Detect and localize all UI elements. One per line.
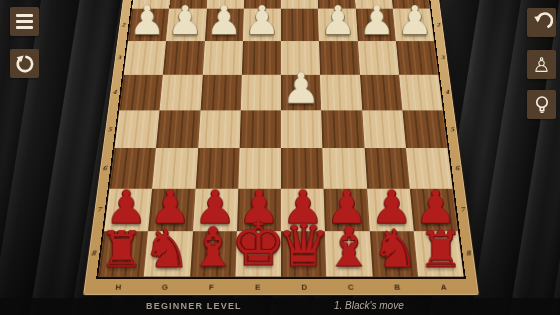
hamburger-icon — [16, 14, 33, 28]
hint-button[interactable] — [527, 90, 556, 119]
square-g3[interactable] — [163, 41, 204, 75]
square-f4[interactable] — [200, 75, 242, 111]
piece-white-pawn[interactable]: ♟ — [130, 0, 166, 39]
piece-white-pawn[interactable]: ♟ — [282, 67, 320, 109]
player-mode-button[interactable]: ♙ — [527, 50, 556, 79]
piece-red-rook[interactable]: ♜ — [418, 225, 462, 274]
square-b5[interactable] — [362, 110, 406, 148]
square-h4[interactable] — [119, 75, 163, 111]
board-frame: 12345678 12345678 HGFEDCBA ♜♞♝♚♛♝♞♜♟♟♟♟♟… — [82, 0, 480, 296]
piece-white-pawn[interactable]: ♟ — [397, 0, 433, 39]
square-b8[interactable]: ♞ — [369, 231, 417, 276]
square-d5[interactable] — [281, 110, 323, 148]
square-d1[interactable]: ♛ — [281, 0, 318, 9]
file-label-a: A — [420, 281, 468, 294]
piece-red-queen[interactable]: ♛ — [277, 215, 330, 274]
square-b4[interactable] — [360, 75, 403, 111]
undo-curved-arrow-icon — [531, 12, 553, 34]
square-a5[interactable] — [402, 110, 447, 148]
square-g2[interactable]: ♟ — [166, 9, 206, 41]
file-label-d: D — [281, 281, 328, 294]
restart-circular-arrow-icon — [14, 53, 36, 75]
square-d8[interactable]: ♛ — [281, 231, 327, 276]
square-e8[interactable]: ♚ — [235, 231, 281, 276]
file-label-f: F — [188, 281, 235, 294]
piece-red-knight[interactable]: ♞ — [372, 222, 419, 274]
piece-red-bishop[interactable]: ♝ — [325, 220, 374, 274]
square-f8[interactable]: ♝ — [190, 231, 237, 276]
piece-white-queen[interactable]: ♛ — [278, 0, 321, 7]
square-c8[interactable]: ♝ — [325, 231, 372, 276]
square-c5[interactable] — [321, 110, 364, 148]
file-label-h: H — [94, 281, 142, 294]
square-b3[interactable] — [357, 41, 398, 75]
square-a4[interactable] — [399, 75, 443, 111]
square-e5[interactable] — [239, 110, 281, 148]
piece-red-bishop[interactable]: ♝ — [188, 220, 237, 274]
file-labels: HGFEDCBA — [94, 281, 467, 294]
menu-button[interactable] — [10, 7, 39, 36]
square-f5[interactable] — [198, 110, 241, 148]
new-game-button[interactable] — [10, 49, 39, 78]
square-e3[interactable] — [242, 41, 281, 75]
file-label-c: C — [327, 281, 374, 294]
square-a2[interactable]: ♟ — [393, 9, 434, 41]
square-d2[interactable] — [281, 9, 319, 41]
square-a8[interactable]: ♜ — [414, 231, 464, 276]
board-squares: ♜♞♝♚♛♝♞♜♟♟♟♟♟♟♟♟♟♟♟♟♟♟♟♟♜♞♝♚♛♝♞♜ — [96, 0, 466, 279]
piece-white-pawn[interactable]: ♟ — [359, 0, 395, 39]
file-label-g: G — [141, 281, 189, 294]
square-d4[interactable]: ♟ — [281, 75, 321, 111]
piece-white-pawn[interactable]: ♟ — [321, 0, 357, 39]
square-g8[interactable]: ♞ — [144, 231, 192, 276]
file-label-e: E — [234, 281, 281, 294]
square-g5[interactable] — [156, 110, 200, 148]
square-c4[interactable] — [320, 75, 362, 111]
move-indicator: 1. Black's move — [334, 300, 404, 311]
level-label: BEGINNER LEVEL — [146, 301, 242, 311]
square-e4[interactable] — [241, 75, 281, 111]
square-a3[interactable] — [396, 41, 438, 75]
square-f2[interactable]: ♟ — [205, 9, 244, 41]
square-c3[interactable] — [319, 41, 359, 75]
undo-move-button[interactable] — [527, 8, 556, 37]
piece-white-pawn[interactable]: ♟ — [168, 0, 204, 39]
pawn-icon: ♙ — [533, 55, 551, 75]
square-h2[interactable]: ♟ — [128, 9, 169, 41]
status-bar: BEGINNER LEVEL 1. Black's move — [0, 298, 560, 315]
square-f3[interactable] — [202, 41, 242, 75]
square-h5[interactable] — [115, 110, 160, 148]
piece-white-pawn[interactable]: ♟ — [244, 0, 280, 39]
square-b2[interactable]: ♟ — [355, 9, 395, 41]
piece-red-rook[interactable]: ♜ — [99, 225, 143, 274]
piece-white-pawn[interactable]: ♟ — [206, 0, 242, 39]
chess-board: 12345678 12345678 HGFEDCBA ♜♞♝♚♛♝♞♜♟♟♟♟♟… — [82, 0, 480, 296]
lightbulb-icon — [531, 94, 553, 116]
piece-red-knight[interactable]: ♞ — [144, 222, 191, 274]
app-screen: 12345678 12345678 HGFEDCBA ♜♞♝♚♛♝♞♜♟♟♟♟♟… — [0, 0, 560, 315]
file-label-b: B — [374, 281, 422, 294]
square-c2[interactable]: ♟ — [318, 9, 357, 41]
square-h8[interactable]: ♜ — [98, 231, 148, 276]
board-scene: 12345678 12345678 HGFEDCBA ♜♞♝♚♛♝♞♜♟♟♟♟♟… — [82, 0, 480, 296]
square-h3[interactable] — [124, 41, 166, 75]
square-g4[interactable] — [160, 75, 203, 111]
square-e2[interactable]: ♟ — [243, 9, 281, 41]
